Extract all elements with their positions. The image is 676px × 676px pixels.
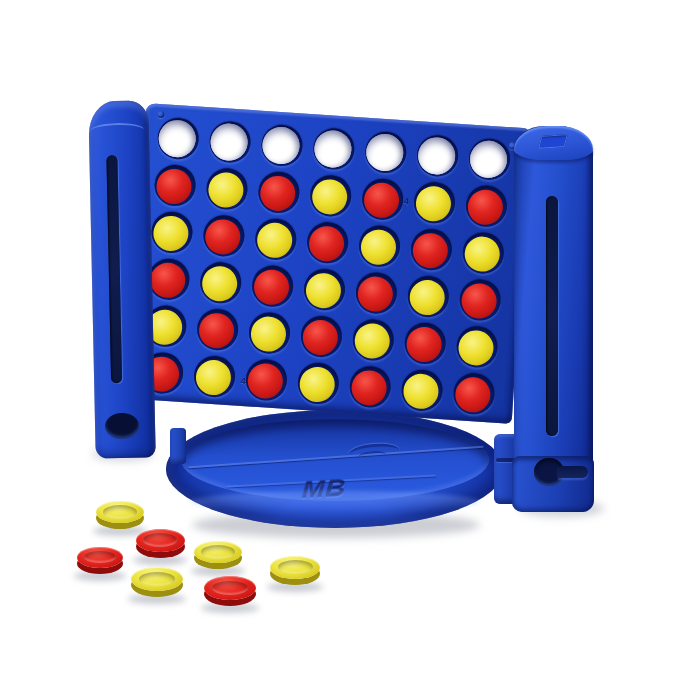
left-post-slot [106, 155, 122, 383]
right-support-post [514, 126, 593, 512]
cell-r3c2-red[interactable] [196, 211, 251, 261]
yellow-disc-face [270, 556, 320, 579]
red-disc [354, 271, 398, 315]
disc-recess [84, 551, 116, 564]
yellow-disc-face [402, 373, 439, 410]
yellow-disc-face [194, 541, 242, 563]
disc-floor-shadow [201, 603, 259, 613]
disc-floor-shadow [267, 582, 323, 592]
yellow-disc [192, 355, 236, 399]
cell-r5c7-yellow[interactable] [449, 322, 504, 372]
empty-hole [156, 117, 200, 161]
cell-r5c2-red[interactable] [190, 305, 245, 355]
yellow-disc-face [359, 229, 396, 266]
yellow-disc [198, 261, 242, 305]
red-disc [305, 221, 349, 265]
red-disc-face [362, 182, 399, 219]
red-disc [409, 228, 453, 272]
yellow-disc-face [457, 329, 494, 366]
red-disc-face [307, 225, 344, 262]
embossed-4-mark: 4 [404, 196, 410, 206]
base-tray: MB [166, 410, 504, 528]
loose-yellow-disc[interactable] [96, 501, 144, 530]
cell-r3c7-yellow[interactable] [455, 228, 510, 278]
red-disc [458, 278, 502, 322]
cell-r6c7-red[interactable] [446, 369, 501, 419]
empty-hole [363, 131, 407, 175]
yellow-disc-face [408, 279, 445, 316]
board-grid [135, 114, 517, 420]
yellow-disc [205, 167, 249, 211]
cell-r1c5-empty[interactable] [358, 127, 413, 177]
red-disc [153, 164, 197, 208]
cell-r1c4-empty[interactable] [306, 124, 361, 174]
cell-r2c3-red[interactable] [251, 167, 306, 217]
red-disc-face [356, 275, 393, 312]
cell-r6c4-yellow[interactable] [290, 358, 345, 408]
disc-recess [139, 572, 175, 586]
disc-recess [212, 581, 248, 595]
red-disc-face [252, 269, 289, 306]
cell-r6c5-red[interactable] [342, 362, 397, 412]
cell-r5c5-yellow[interactable] [345, 315, 400, 365]
cell-r4c3-red[interactable] [245, 261, 300, 311]
red-disc [403, 322, 447, 366]
yellow-disc-face [256, 222, 293, 259]
red-disc [244, 358, 288, 402]
empty-hole [260, 124, 304, 168]
cell-r6c3-red[interactable] [238, 355, 293, 405]
loose-yellow-disc[interactable] [270, 556, 320, 586]
mb-logo: MB [301, 475, 346, 504]
right-post-cap [514, 126, 593, 160]
scene: MB 4 4 [0, 0, 676, 676]
empty-hole [415, 134, 459, 178]
hole-opening [468, 140, 507, 179]
red-disc-face [77, 547, 123, 568]
loose-red-disc[interactable] [204, 576, 256, 607]
yellow-disc [302, 268, 346, 312]
red-disc [202, 214, 246, 258]
red-disc [452, 372, 496, 416]
loose-yellow-disc[interactable] [131, 567, 183, 598]
hole-opening [209, 122, 248, 161]
hole-opening [313, 129, 352, 168]
red-disc-face [246, 362, 283, 399]
left-support-post [88, 100, 155, 458]
left-post-hole [105, 413, 140, 440]
cell-r1c7-empty[interactable] [462, 134, 517, 184]
yellow-disc [150, 211, 194, 255]
yellow-disc-face [311, 178, 348, 215]
cell-r4c2-yellow[interactable] [193, 258, 248, 308]
cell-r1c3-empty[interactable] [254, 120, 309, 170]
red-disc-face [155, 168, 192, 205]
game-board: 4 4 [126, 103, 531, 424]
hinge-tab-left [170, 428, 186, 464]
red-disc-face [405, 326, 442, 363]
hole-opening [365, 133, 404, 172]
red-disc-face [350, 369, 387, 406]
hole-opening [416, 136, 455, 175]
red-disc [464, 184, 508, 228]
yellow-disc-face [194, 359, 231, 396]
red-disc-face [197, 312, 234, 349]
yellow-disc [296, 362, 340, 406]
disc-recess [103, 505, 137, 518]
yellow-disc-face [249, 315, 286, 352]
cell-r5c4-red[interactable] [293, 311, 348, 361]
cell-r3c5-yellow[interactable] [352, 221, 407, 271]
red-disc [299, 315, 343, 359]
red-disc [348, 365, 392, 409]
red-disc-face [454, 376, 491, 413]
yellow-disc-face [463, 235, 500, 272]
cell-r2c5-red[interactable] [355, 174, 410, 224]
disc-floor-shadow [191, 566, 245, 576]
red-disc-face [466, 189, 503, 226]
yellow-disc [253, 218, 297, 262]
cell-r4c7-red[interactable] [452, 275, 507, 325]
red-disc-face [259, 175, 296, 212]
right-post-slot [546, 196, 558, 436]
disc-floor-shadow [128, 594, 186, 604]
empty-hole [467, 138, 511, 182]
cell-r1c1-empty[interactable] [150, 114, 205, 164]
hole-opening [157, 119, 196, 158]
yellow-disc-face [207, 171, 244, 208]
red-disc [250, 264, 294, 308]
red-disc-face [411, 232, 448, 269]
yellow-disc-face [304, 272, 341, 309]
cell-r6c2-yellow[interactable] [187, 351, 242, 401]
cell-r3c1-yellow[interactable] [144, 207, 199, 257]
cell-r5c3-yellow[interactable] [242, 308, 297, 358]
mold-stamp [538, 134, 568, 149]
yellow-disc [406, 275, 450, 319]
cell-r4c4-yellow[interactable] [297, 265, 352, 315]
cell-r1c6-empty[interactable] [410, 131, 465, 181]
yellow-disc-face [298, 366, 335, 403]
cell-r3c6-red[interactable] [403, 225, 458, 275]
cell-r4c6-yellow[interactable] [400, 271, 455, 321]
empty-hole [312, 127, 356, 171]
cell-r1c2-empty[interactable] [202, 117, 257, 167]
cell-r2c2-yellow[interactable] [199, 164, 254, 214]
red-disc [257, 171, 301, 215]
disc-recess [201, 545, 235, 558]
loose-red-disc[interactable] [77, 547, 123, 575]
red-disc-face [204, 218, 241, 255]
red-disc [360, 178, 404, 222]
red-disc-face [204, 576, 256, 600]
yellow-disc [351, 318, 395, 362]
embossed-4-mark: 4 [240, 376, 246, 386]
yellow-disc [357, 224, 401, 268]
cell-r2c4-yellow[interactable] [303, 171, 358, 221]
yellow-disc [412, 181, 456, 225]
cell-r2c6-yellow[interactable] [407, 178, 462, 228]
cell-r5c6-red[interactable] [397, 318, 452, 368]
loose-yellow-disc[interactable] [194, 541, 242, 570]
cell-r3c3-yellow[interactable] [248, 214, 303, 264]
right-post-groove [558, 466, 588, 478]
yellow-disc [461, 231, 505, 275]
disc-floor-shadow [74, 571, 126, 581]
red-disc-face [301, 319, 338, 356]
cell-r2c7-red[interactable] [458, 181, 513, 231]
yellow-disc-face [152, 215, 189, 252]
red-disc [147, 258, 191, 302]
hole-opening [261, 126, 300, 165]
yellow-disc-face [353, 322, 390, 359]
red-disc-face [136, 529, 185, 552]
yellow-disc-face [96, 501, 144, 523]
cell-r4c5-red[interactable] [348, 268, 403, 318]
yellow-disc [308, 174, 352, 218]
disc-recess [143, 533, 177, 547]
yellow-disc [247, 311, 291, 355]
disc-floor-shadow [133, 555, 188, 565]
yellow-disc [455, 325, 499, 369]
red-disc-face [149, 262, 186, 299]
cell-r6c6-yellow[interactable] [394, 365, 449, 415]
yellow-disc [400, 369, 444, 413]
cell-r3c4-red[interactable] [300, 218, 355, 268]
cell-r2c1-red[interactable] [147, 160, 202, 210]
disc-recess [278, 560, 313, 574]
red-disc [195, 308, 239, 352]
red-disc-face [460, 282, 497, 319]
empty-hole [208, 120, 252, 164]
yellow-disc-face [414, 185, 451, 222]
yellow-disc-face [201, 265, 238, 302]
yellow-disc-face [131, 567, 183, 591]
loose-red-disc[interactable] [136, 529, 185, 559]
